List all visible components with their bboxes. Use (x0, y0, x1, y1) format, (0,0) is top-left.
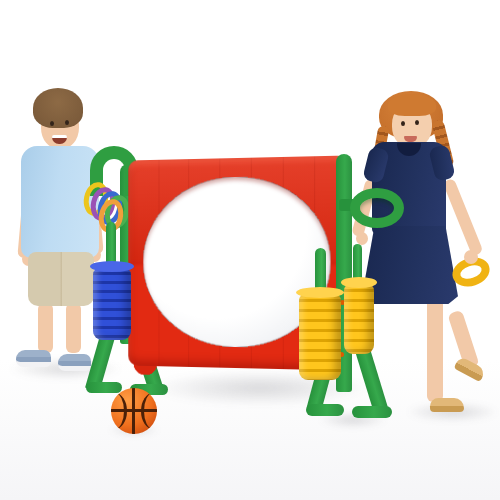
blue-ring-stack (93, 266, 131, 340)
girl-right-hand (464, 250, 478, 264)
girl-fringe (388, 94, 436, 116)
girl-dress-skirt (362, 226, 458, 304)
right-front-foot (352, 406, 392, 418)
boy-right-eye (65, 120, 69, 125)
basketball-seam-right-arc (141, 393, 157, 429)
boy-left-sneaker (16, 350, 51, 367)
boy-right-sneaker (58, 354, 91, 371)
boy-left-eye (50, 121, 54, 126)
girl-right-eye (415, 120, 419, 125)
yellow-ring-stack-front (299, 292, 341, 380)
girl-left-eye (401, 121, 405, 126)
boy-left-leg (38, 303, 53, 353)
yellow-ring-stack-side (344, 282, 374, 354)
left-back-foot (86, 382, 122, 393)
basketball-seam-vertical (132, 388, 135, 434)
boy-hair (33, 88, 83, 128)
boy-shorts (28, 252, 94, 306)
product-photo-scene (0, 0, 500, 500)
right-back-foot (306, 404, 344, 416)
basketball-seam-left-arc (111, 393, 127, 429)
basketball-hoop (350, 188, 404, 228)
girl-standing-shoe (430, 398, 464, 412)
basketball (111, 388, 157, 434)
boy-right-leg (66, 303, 81, 353)
girl-standing-leg (427, 298, 443, 402)
